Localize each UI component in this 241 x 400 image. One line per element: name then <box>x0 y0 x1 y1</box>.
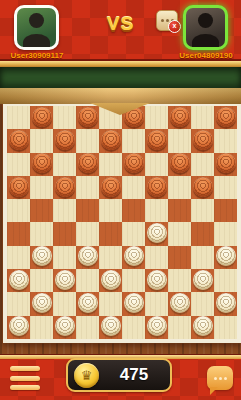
board-cell[interactable] <box>191 222 214 245</box>
board-cell[interactable] <box>76 199 99 222</box>
board-cell[interactable] <box>53 106 76 129</box>
checker-piece-white[interactable] <box>193 270 213 290</box>
board-cell[interactable] <box>99 269 122 292</box>
board-cell[interactable] <box>191 316 214 339</box>
board-cell[interactable] <box>76 222 99 245</box>
checker-piece-white[interactable] <box>55 316 75 336</box>
board-cell[interactable] <box>53 292 76 315</box>
board-cell[interactable] <box>191 292 214 315</box>
board-cell[interactable] <box>7 129 30 152</box>
board-cell[interactable] <box>122 269 145 292</box>
checker-piece-orange[interactable] <box>124 153 144 173</box>
checker-piece-white[interactable] <box>124 293 144 313</box>
checker-piece-orange[interactable] <box>101 177 121 197</box>
board-cell[interactable] <box>145 246 168 269</box>
checker-piece-white[interactable] <box>9 316 29 336</box>
board-cell[interactable] <box>168 316 191 339</box>
board-cell[interactable] <box>7 199 30 222</box>
checker-piece-white[interactable] <box>32 293 52 313</box>
checker-piece-orange[interactable] <box>147 130 167 150</box>
board-cell[interactable] <box>191 199 214 222</box>
player-photo-right <box>186 8 225 47</box>
green-felt-strip <box>0 67 241 88</box>
board-cell[interactable] <box>145 176 168 199</box>
board-cell[interactable] <box>53 199 76 222</box>
chat-bubble-icon <box>214 377 217 380</box>
board-cell[interactable] <box>53 129 76 152</box>
checker-piece-orange[interactable] <box>216 107 236 127</box>
checker-piece-white[interactable] <box>78 293 98 313</box>
checker-piece-white[interactable] <box>147 270 167 290</box>
board-cell[interactable] <box>30 316 53 339</box>
chat-button[interactable] <box>207 366 233 390</box>
board-cell[interactable] <box>76 292 99 315</box>
checker-piece-white[interactable] <box>9 270 29 290</box>
board-cell[interactable] <box>99 222 122 245</box>
board-cell[interactable] <box>99 199 122 222</box>
checker-piece-orange[interactable] <box>9 177 29 197</box>
board-cell[interactable] <box>53 316 76 339</box>
board-cell[interactable] <box>214 129 237 152</box>
board-cell[interactable] <box>145 106 168 129</box>
mute-badge-icon: x <box>168 20 181 33</box>
board-cell[interactable] <box>214 153 237 176</box>
board-cell[interactable] <box>214 176 237 199</box>
checker-piece-white[interactable] <box>216 293 236 313</box>
player-avatar-right[interactable] <box>183 5 228 50</box>
coin-balance-panel[interactable]: ♛ 475 <box>66 358 172 392</box>
board-cell[interactable] <box>145 129 168 152</box>
checker-piece-orange[interactable] <box>55 177 75 197</box>
board-cell[interactable] <box>30 222 53 245</box>
board-cell[interactable] <box>99 246 122 269</box>
board-cell[interactable] <box>122 176 145 199</box>
board-cell[interactable] <box>214 222 237 245</box>
board-cell[interactable] <box>76 129 99 152</box>
board-cell[interactable] <box>7 176 30 199</box>
board-cell[interactable] <box>30 246 53 269</box>
board-cell[interactable] <box>53 246 76 269</box>
checker-piece-white[interactable] <box>216 246 236 266</box>
checker-piece-orange[interactable] <box>9 130 29 150</box>
checker-piece-orange[interactable] <box>78 107 98 127</box>
checker-piece-white[interactable] <box>101 316 121 336</box>
board-cell[interactable] <box>191 176 214 199</box>
board-cell[interactable] <box>7 269 30 292</box>
board-cell[interactable] <box>99 316 122 339</box>
chat-disabled-icon[interactable]: x <box>156 10 178 31</box>
board[interactable] <box>3 102 241 343</box>
board-cell[interactable] <box>168 199 191 222</box>
board-cell[interactable] <box>168 153 191 176</box>
checker-piece-orange[interactable] <box>147 177 167 197</box>
board-cell[interactable] <box>76 269 99 292</box>
checker-piece-white[interactable] <box>55 270 75 290</box>
board-cell[interactable] <box>145 269 168 292</box>
board-cell[interactable] <box>122 153 145 176</box>
board-cell[interactable] <box>30 292 53 315</box>
board-cell[interactable] <box>122 199 145 222</box>
board-cell[interactable] <box>76 316 99 339</box>
board-cell[interactable] <box>99 176 122 199</box>
checker-piece-orange[interactable] <box>78 153 98 173</box>
board-cell[interactable] <box>191 246 214 269</box>
checker-piece-orange[interactable] <box>32 107 52 127</box>
checker-piece-orange[interactable] <box>101 130 121 150</box>
board-cell[interactable] <box>145 222 168 245</box>
board-cell[interactable] <box>214 199 237 222</box>
board-cell[interactable] <box>145 153 168 176</box>
board-cell[interactable] <box>168 222 191 245</box>
board-cell[interactable] <box>122 316 145 339</box>
checker-piece-white[interactable] <box>78 246 98 266</box>
board-cell[interactable] <box>214 316 237 339</box>
board-cell[interactable] <box>53 222 76 245</box>
board-cell[interactable] <box>145 292 168 315</box>
board-cell[interactable] <box>7 153 30 176</box>
board-cell[interactable] <box>7 292 30 315</box>
checker-piece-white[interactable] <box>147 223 167 243</box>
board-cell[interactable] <box>214 292 237 315</box>
checker-piece-orange[interactable] <box>32 153 52 173</box>
gold-bar-divider <box>0 59 241 67</box>
checker-piece-white[interactable] <box>124 246 144 266</box>
board-cell[interactable] <box>145 199 168 222</box>
board-cell[interactable] <box>53 269 76 292</box>
board-cell[interactable] <box>30 129 53 152</box>
checkers-game-screen: User30909117 VS x User04809190 ♛ 475 <box>0 0 241 400</box>
board-cell[interactable] <box>53 176 76 199</box>
board-cell[interactable] <box>168 176 191 199</box>
board-cell[interactable] <box>76 106 99 129</box>
board-cell[interactable] <box>30 176 53 199</box>
board-cell[interactable] <box>76 246 99 269</box>
board-cell[interactable] <box>122 129 145 152</box>
board-cell[interactable] <box>7 246 30 269</box>
board-cell[interactable] <box>76 176 99 199</box>
coin-balance: 475 <box>102 360 166 390</box>
board-cell[interactable] <box>30 153 53 176</box>
board-cell[interactable] <box>168 129 191 152</box>
board-cell[interactable] <box>145 316 168 339</box>
board-cell[interactable] <box>7 316 30 339</box>
checker-piece-white[interactable] <box>170 293 190 313</box>
wood-shelf <box>0 88 241 104</box>
board-cell[interactable] <box>99 292 122 315</box>
board-cell[interactable] <box>168 246 191 269</box>
board-cell[interactable] <box>7 106 30 129</box>
board-cell[interactable] <box>214 106 237 129</box>
board-cell[interactable] <box>122 246 145 269</box>
checker-piece-white[interactable] <box>32 246 52 266</box>
board-cell[interactable] <box>191 106 214 129</box>
board-cell[interactable] <box>214 246 237 269</box>
menu-button[interactable] <box>10 366 40 390</box>
board-cell[interactable] <box>99 129 122 152</box>
coin-icon: ♛ <box>74 363 99 388</box>
board-cell[interactable] <box>191 153 214 176</box>
checker-piece-white[interactable] <box>193 316 213 336</box>
board-cell[interactable] <box>99 153 122 176</box>
checker-piece-orange[interactable] <box>170 153 190 173</box>
checker-piece-white[interactable] <box>101 270 121 290</box>
board-cell[interactable] <box>168 269 191 292</box>
board-cell[interactable] <box>122 292 145 315</box>
board-cell[interactable] <box>191 129 214 152</box>
board-cell[interactable] <box>53 153 76 176</box>
board-cell[interactable] <box>122 222 145 245</box>
board-cell[interactable] <box>30 199 53 222</box>
board-cell[interactable] <box>30 269 53 292</box>
wood-table <box>0 100 241 354</box>
checker-piece-orange[interactable] <box>216 153 236 173</box>
board-cell[interactable] <box>168 106 191 129</box>
checker-piece-orange[interactable] <box>193 130 213 150</box>
checker-piece-orange[interactable] <box>55 130 75 150</box>
board-cell[interactable] <box>7 222 30 245</box>
checker-piece-orange[interactable] <box>193 177 213 197</box>
board-cell[interactable] <box>191 269 214 292</box>
board-cell[interactable] <box>168 292 191 315</box>
board-cell[interactable] <box>214 269 237 292</box>
checker-piece-orange[interactable] <box>170 107 190 127</box>
board-cell[interactable] <box>30 106 53 129</box>
board-cell[interactable] <box>76 153 99 176</box>
checker-piece-white[interactable] <box>147 316 167 336</box>
hamburger-icon <box>10 366 40 371</box>
